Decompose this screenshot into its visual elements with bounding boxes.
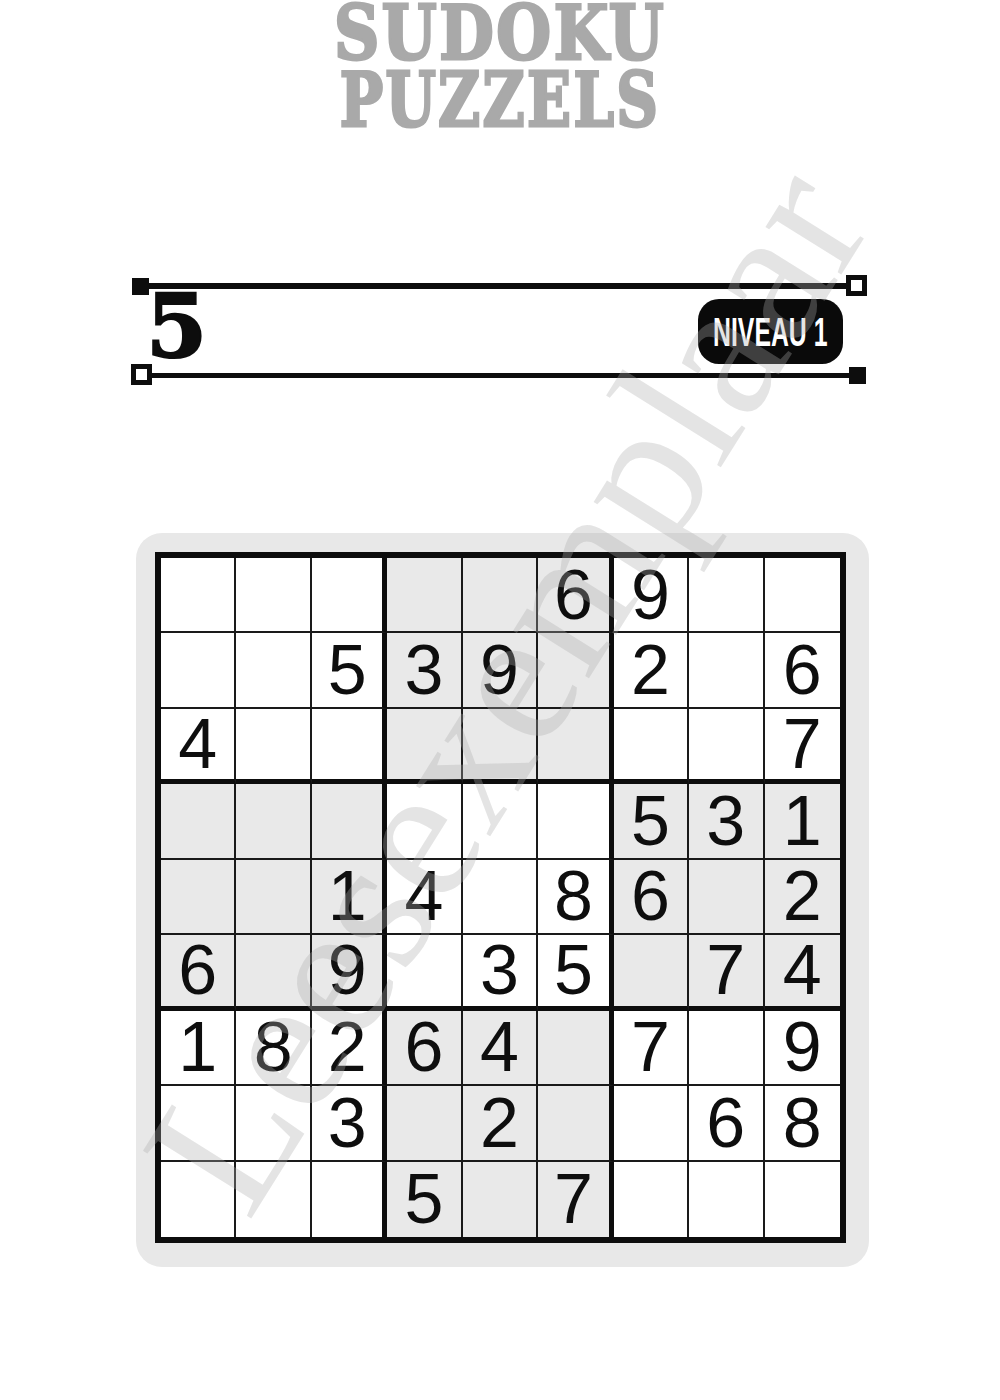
cell-r1c1: [161, 558, 236, 633]
cell-r2c5: 9: [463, 633, 538, 708]
cell-r4c5: [463, 784, 538, 859]
cell-r5c7: 6: [614, 860, 689, 935]
cell-r4c4: [387, 784, 462, 859]
cell-r1c5: [463, 558, 538, 633]
cell-r2c4: 3: [387, 633, 462, 708]
board-mat: 695392647531148626935741826479326857: [136, 533, 869, 1267]
cell-r6c4: [387, 935, 462, 1010]
cell-r1c7: 9: [614, 558, 689, 633]
cell-r5c4: 4: [387, 860, 462, 935]
cell-r3c9: 7: [765, 709, 840, 784]
cell-r3c8: [689, 709, 764, 784]
puzzle-page: SUDOKU PUZZELS 5 NIVEAU 1 69539264753114…: [0, 0, 1000, 1400]
cell-r8c8: 6: [689, 1086, 764, 1161]
cell-r8c3: 3: [312, 1086, 387, 1161]
cell-r9c2: [236, 1162, 311, 1237]
cell-r9c9: [765, 1162, 840, 1237]
cell-r5c9: 2: [765, 860, 840, 935]
cell-r8c5: 2: [463, 1086, 538, 1161]
cell-r9c6: 7: [538, 1162, 613, 1237]
level-badge-label: NIVEAU 1: [713, 312, 827, 352]
cell-r5c2: [236, 860, 311, 935]
cell-r2c6: [538, 633, 613, 708]
cell-r2c9: 6: [765, 633, 840, 708]
puzzle-header-band: 5 NIVEAU 1: [0, 0, 1000, 400]
cell-r4c8: 3: [689, 784, 764, 859]
cell-r2c3: 5: [312, 633, 387, 708]
cell-r9c3: [312, 1162, 387, 1237]
cell-r5c1: [161, 860, 236, 935]
cell-r8c6: [538, 1086, 613, 1161]
level-badge: NIVEAU 1: [698, 299, 843, 364]
puzzle-number: 5: [146, 282, 207, 370]
cell-r6c7: [614, 935, 689, 1010]
cell-r7c1: 1: [161, 1011, 236, 1086]
cell-r8c2: [236, 1086, 311, 1161]
bottom-rule: [141, 373, 855, 378]
top-rule: [141, 283, 855, 289]
cell-r9c1: [161, 1162, 236, 1237]
cell-r1c6: 6: [538, 558, 613, 633]
cell-r2c8: [689, 633, 764, 708]
cell-r1c2: [236, 558, 311, 633]
cell-r4c9: 1: [765, 784, 840, 859]
cell-r2c2: [236, 633, 311, 708]
cell-r9c7: [614, 1162, 689, 1237]
cell-r8c7: [614, 1086, 689, 1161]
cell-r6c5: 3: [463, 935, 538, 1010]
cell-r5c3: 1: [312, 860, 387, 935]
cell-r2c7: 2: [614, 633, 689, 708]
cell-r7c5: 4: [463, 1011, 538, 1086]
cell-r5c5: [463, 860, 538, 935]
cell-r9c4: 5: [387, 1162, 462, 1237]
sudoku-grid: 695392647531148626935741826479326857: [155, 552, 846, 1243]
cell-r7c9: 9: [765, 1011, 840, 1086]
cell-r7c6: [538, 1011, 613, 1086]
cell-r4c1: [161, 784, 236, 859]
cell-r6c3: 9: [312, 935, 387, 1010]
cell-r7c8: [689, 1011, 764, 1086]
cell-r5c8: [689, 860, 764, 935]
cell-r4c6: [538, 784, 613, 859]
cell-r3c3: [312, 709, 387, 784]
cell-r7c3: 2: [312, 1011, 387, 1086]
cell-r6c9: 4: [765, 935, 840, 1010]
cell-r3c6: [538, 709, 613, 784]
cell-r7c7: 7: [614, 1011, 689, 1086]
cell-r3c2: [236, 709, 311, 784]
cell-r1c3: [312, 558, 387, 633]
cell-r4c7: 5: [614, 784, 689, 859]
cell-r5c6: 8: [538, 860, 613, 935]
cell-r3c7: [614, 709, 689, 784]
cell-r4c2: [236, 784, 311, 859]
cell-r3c5: [463, 709, 538, 784]
cell-r9c8: [689, 1162, 764, 1237]
cell-r6c6: 5: [538, 935, 613, 1010]
bottom-right-square-icon: [849, 367, 866, 384]
cell-r6c2: [236, 935, 311, 1010]
cell-r7c2: 8: [236, 1011, 311, 1086]
cell-r6c1: 6: [161, 935, 236, 1010]
cell-r8c1: [161, 1086, 236, 1161]
cell-r1c9: [765, 558, 840, 633]
cell-r4c3: [312, 784, 387, 859]
cell-r2c1: [161, 633, 236, 708]
top-right-square-icon: [846, 275, 867, 296]
cell-r3c4: [387, 709, 462, 784]
cell-r8c4: [387, 1086, 462, 1161]
cell-r1c4: [387, 558, 462, 633]
cell-r8c9: 8: [765, 1086, 840, 1161]
cell-r1c8: [689, 558, 764, 633]
cell-r7c4: 6: [387, 1011, 462, 1086]
cell-r9c5: [463, 1162, 538, 1237]
cell-r6c8: 7: [689, 935, 764, 1010]
cell-r3c1: 4: [161, 709, 236, 784]
